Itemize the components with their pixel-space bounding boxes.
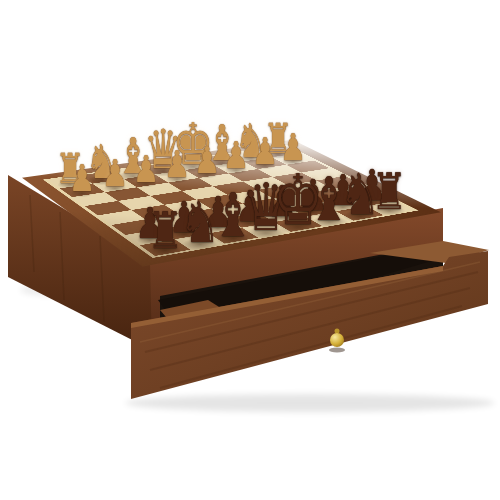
knob-stem — [335, 329, 340, 334]
piece-white-pawn[interactable]: ♟ — [163, 147, 190, 184]
knob-shadow — [329, 348, 345, 353]
chess-box-scene: ♜♞♝♛♚♝♞♜♟♟♟♟♟♟♟♟♟♟♟♟♟♟♟♟♜♞♝♛♚♝♞♜ — [0, 0, 500, 500]
ground-shadow — [125, 394, 495, 412]
drawer-knob[interactable] — [330, 333, 344, 347]
piece-white-pawn[interactable]: ♟ — [193, 142, 220, 179]
piece-white-pawn[interactable]: ♟ — [69, 161, 96, 198]
piece-black-rook[interactable]: ♜ — [371, 167, 407, 217]
piece-white-pawn[interactable]: ♟ — [101, 156, 128, 193]
piece-white-pawn[interactable]: ♟ — [133, 151, 160, 188]
piece-black-rook[interactable]: ♜ — [147, 206, 183, 256]
